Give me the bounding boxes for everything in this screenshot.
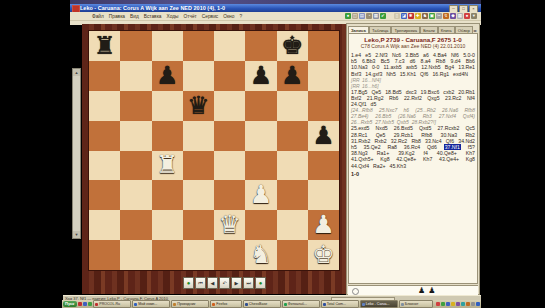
square-a8[interactable]: ♜ xyxy=(89,31,120,61)
window-titlebar: Leko - Caruana: Corus A Wijk aan Zee NED… xyxy=(70,4,481,12)
save-icon[interactable]: ▣ xyxy=(429,13,435,19)
square-g1[interactable] xyxy=(277,240,308,270)
record-icon[interactable]: ● xyxy=(345,13,351,19)
menu-item-ходы[interactable]: Ходы xyxy=(167,14,179,19)
engine-lamp-icon xyxy=(352,288,359,295)
task-icon xyxy=(323,303,326,306)
forward-button[interactable]: ▶ xyxy=(231,277,242,289)
square-e3[interactable] xyxy=(214,180,245,210)
more-icon[interactable]: ▾ xyxy=(471,13,477,19)
star-icon[interactable]: ✱ xyxy=(408,13,414,19)
square-b6[interactable] xyxy=(120,91,151,121)
square-f7[interactable]: ♟ xyxy=(245,61,276,91)
square-g3[interactable] xyxy=(277,180,308,210)
square-b7[interactable] xyxy=(120,61,151,91)
square-g7[interactable]: ♟ xyxy=(277,61,308,91)
square-b4[interactable] xyxy=(120,151,151,181)
square-h2[interactable]: ♟ xyxy=(308,210,339,240)
knight-icon[interactable]: ♞ xyxy=(422,13,428,19)
notation-pane: ЗаписьТаблицаТренировкаБланкКнигаОбзор◂▸… xyxy=(346,23,480,295)
menu-item-вставка[interactable]: Вставка xyxy=(144,14,162,19)
menu-item-правка[interactable]: Правка xyxy=(109,14,125,19)
square-a6[interactable] xyxy=(89,91,120,121)
toolbar: ●◫▤◔▦✔▯◪✱✚♞▣✂↯◆▦●▾ xyxy=(345,12,477,20)
autoplay-button[interactable]: ● xyxy=(255,277,266,289)
game-header-players: Leko,P 2739 - Caruana,F 2675 1-0 xyxy=(351,36,475,43)
square-b2[interactable] xyxy=(120,210,151,240)
takeback-all-button[interactable]: ● xyxy=(183,277,194,289)
tray-icon-2[interactable] xyxy=(441,302,445,306)
square-f6[interactable] xyxy=(245,91,276,121)
tray-icon-7[interactable] xyxy=(466,302,470,306)
tab-обзор[interactable]: Обзор xyxy=(455,26,473,33)
taskbar-button-total-com-[interactable]: Total Com... xyxy=(321,300,359,308)
square-b1[interactable] xyxy=(120,240,151,270)
moves-paragraph[interactable]: 1.e4 e5 2.Nf3 Nc6 3.Bb5 a6 4.Ba4 Nf6 5.0… xyxy=(351,52,475,77)
game-header-event: C78 Corus A Wijk aan Zee NED (4) 22.01.2… xyxy=(351,43,475,49)
tray-icon-3[interactable] xyxy=(446,302,450,306)
square-g2[interactable] xyxy=(277,210,308,240)
quicklaunch-icon-1[interactable] xyxy=(78,302,82,306)
tray-icon-5[interactable] xyxy=(456,302,460,306)
square-d3[interactable] xyxy=(183,180,214,210)
tab-бланк[interactable]: Бланк xyxy=(420,26,438,33)
variation-line[interactable]: [24...Rfb8 25.Nxc7 h6 (25...Rb2 26.Na6 R… xyxy=(351,107,475,125)
task-icon xyxy=(284,303,287,306)
scroll-up-icon[interactable]: ▲ xyxy=(73,69,80,76)
piece-white-queen[interactable]: ♛ xyxy=(218,212,240,237)
tab-bar: ЗаписьТаблицаТренировкаБланкКнигаОбзор◂▸ xyxy=(347,24,479,33)
taskbar-button-фотоальб-[interactable]: Фотоальб... xyxy=(282,300,320,308)
board-pane: ♜♚♟♟♟♛♟♜♟♛♟♞♚ ●⏮◀↶▶⏭● xyxy=(82,24,346,294)
moves-paragraph[interactable]: 17.Bg5 Qe5 18.Bd5 dxc3 19.Bxc6 cxb2 20.R… xyxy=(351,89,475,108)
tab-таблица[interactable]: Таблица xyxy=(369,26,391,33)
taskbar-button-блокнот[interactable]: Блокнот xyxy=(399,300,433,308)
piece-black-pawn[interactable]: ♟ xyxy=(156,62,178,87)
task-icon xyxy=(212,303,215,306)
square-e5[interactable] xyxy=(214,121,245,151)
square-g6[interactable] xyxy=(277,91,308,121)
task-label: Мой комп... xyxy=(138,302,157,307)
window-buttons: ─ □ × xyxy=(449,5,478,12)
window-title: Leko - Caruana: Corus A Wijk aan Zee NED… xyxy=(70,5,225,11)
vcr-controls: ●⏮◀↶▶⏭● xyxy=(183,277,266,289)
square-f8[interactable] xyxy=(245,31,276,61)
square-b3[interactable] xyxy=(120,180,151,210)
square-e1[interactable] xyxy=(214,240,245,270)
square-d4[interactable] xyxy=(183,151,214,181)
gem-icon[interactable]: ◆ xyxy=(450,13,456,19)
square-c1[interactable] xyxy=(152,240,183,270)
plus-icon[interactable]: ✚ xyxy=(415,13,421,19)
background-scrollbar[interactable]: ▲ ▼ xyxy=(72,68,81,239)
check-icon[interactable]: ✔ xyxy=(380,13,386,19)
square-h5[interactable]: ♟ xyxy=(308,121,339,151)
square-h1[interactable]: ♚ xyxy=(308,240,339,270)
task-label: PROCOL.Ru xyxy=(99,302,120,307)
piece-white-king[interactable]: ♚ xyxy=(312,242,334,267)
camera-icon[interactable]: ◫ xyxy=(352,13,358,19)
square-h8[interactable] xyxy=(308,31,339,61)
task-buttons: PROCOL.RuМой комп...ПроводникFirefoxChes… xyxy=(93,300,433,308)
chess-board[interactable]: ♜♚♟♟♟♛♟♜♟♛♟♞♚ xyxy=(88,30,340,271)
moves-paragraph[interactable]: 25.exd5 Nxd5 26.Bxd5 Qxd5 27.Rcxb2 Qc5 2… xyxy=(351,125,475,168)
close-button[interactable]: × xyxy=(469,5,478,12)
menu-item-?[interactable]: ? xyxy=(239,14,242,19)
task-label: Firefox xyxy=(216,302,227,307)
new-doc-icon[interactable]: ▯ xyxy=(394,13,400,19)
square-h7[interactable] xyxy=(308,61,339,91)
square-e6[interactable] xyxy=(214,91,245,121)
square-e8[interactable] xyxy=(214,31,245,61)
square-g8[interactable]: ♚ xyxy=(277,31,308,61)
task-label: Фотоальб... xyxy=(288,302,307,307)
square-c8[interactable] xyxy=(152,31,183,61)
tab-тренировка[interactable]: Тренировка xyxy=(391,26,420,33)
menu-bar: ФайлПравкаВидВставкаХодыОтчётСервисОкно?… xyxy=(70,12,481,21)
current-move-highlight[interactable]: 37.Nf1 xyxy=(444,144,461,150)
jump-end-button[interactable]: ⏭ xyxy=(243,277,254,289)
task-icon xyxy=(401,303,404,306)
square-d7[interactable] xyxy=(183,61,214,91)
taskbar-button-мой-комп-[interactable]: Мой комп... xyxy=(132,300,170,308)
tray-icon-9[interactable] xyxy=(476,302,480,306)
back-button[interactable]: ◀ xyxy=(207,277,218,289)
maximize-button[interactable]: □ xyxy=(459,5,468,12)
piece-black-rook[interactable]: ♜ xyxy=(93,32,115,57)
menu-item-файл[interactable]: Файл xyxy=(92,14,104,19)
piece-white-knight[interactable]: ♞ xyxy=(250,242,272,267)
square-g5[interactable] xyxy=(277,121,308,151)
stop-icon[interactable]: ● xyxy=(464,13,470,19)
square-f2[interactable] xyxy=(245,210,276,240)
tray-icon-4[interactable] xyxy=(451,302,455,306)
square-d1[interactable] xyxy=(183,240,214,270)
piece-black-pawn[interactable]: ♟ xyxy=(281,62,303,87)
open-icon[interactable]: ◪ xyxy=(401,13,407,19)
task-label: ChessBase xyxy=(249,302,267,307)
clock-icon[interactable]: ◔ xyxy=(366,13,372,19)
grid-icon[interactable]: ▦ xyxy=(373,13,379,19)
table-icon[interactable]: ▦ xyxy=(457,13,463,19)
tab-книга[interactable]: Книга xyxy=(438,26,455,33)
notation-panel[interactable]: Leko,P 2739 - Caruana,F 2675 1-0 C78 Cor… xyxy=(348,33,478,284)
square-c7[interactable]: ♟ xyxy=(152,61,183,91)
scroll-down-icon[interactable]: ▼ xyxy=(73,231,80,238)
square-d8[interactable] xyxy=(183,31,214,61)
start-button[interactable]: Пуск xyxy=(63,301,77,307)
quicklaunch-icon-2[interactable] xyxy=(83,302,87,306)
task-icon xyxy=(134,303,137,306)
square-h3[interactable] xyxy=(308,180,339,210)
board-icon[interactable]: ▤ xyxy=(359,13,365,19)
square-e7[interactable] xyxy=(214,61,245,91)
square-g4[interactable] xyxy=(277,151,308,181)
piece-white-pawn[interactable]: ♟ xyxy=(250,182,272,207)
task-label: Проводник xyxy=(177,302,195,307)
square-b5[interactable] xyxy=(120,121,151,151)
move-list[interactable]: 1.e4 e5 2.Nf3 Nc6 3.Bb5 a6 4.Ba4 Nf6 5.0… xyxy=(351,52,475,177)
square-d5[interactable] xyxy=(183,121,214,151)
piece-white-pawn[interactable]: ♟ xyxy=(312,212,334,237)
app-icon xyxy=(72,5,80,12)
task-icon xyxy=(362,303,365,306)
flash-icon[interactable]: ↯ xyxy=(443,13,449,19)
taskbar-button-firefox[interactable]: Firefox xyxy=(210,300,242,308)
piece-white-rook[interactable]: ♜ xyxy=(156,152,178,177)
tray-icon-8[interactable] xyxy=(471,302,475,306)
task-icon xyxy=(173,303,176,306)
taskbar-button-procol-ru[interactable]: PROCOL.Ru xyxy=(93,300,131,308)
task-icon xyxy=(95,303,98,306)
square-c4[interactable]: ♜ xyxy=(152,151,183,181)
game-result: 1-0 xyxy=(351,171,475,177)
square-f5[interactable] xyxy=(245,121,276,151)
menu-item-окно[interactable]: Окно xyxy=(223,14,234,19)
menu-item-вид[interactable]: Вид xyxy=(130,14,139,19)
square-e2[interactable]: ♛ xyxy=(214,210,245,240)
system-tray xyxy=(436,302,480,306)
tab-запись[interactable]: Запись xyxy=(348,26,369,33)
taskbar: Пуск PROCOL.RuМой комп...ПроводникFirefo… xyxy=(62,300,481,308)
square-a4[interactable] xyxy=(89,151,120,181)
square-a3[interactable] xyxy=(89,180,120,210)
scissors-icon[interactable]: ✂ xyxy=(436,13,442,19)
square-c5[interactable] xyxy=(152,121,183,151)
menu-item-сервис[interactable]: Сервис xyxy=(202,14,218,19)
square-a2[interactable] xyxy=(89,210,120,240)
square-f3[interactable]: ♟ xyxy=(245,180,276,210)
menu-item-отчёт[interactable]: Отчёт xyxy=(184,14,197,19)
square-a1[interactable] xyxy=(89,240,120,270)
square-f1[interactable]: ♞ xyxy=(245,240,276,270)
square-d2[interactable] xyxy=(183,210,214,240)
square-f4[interactable] xyxy=(245,151,276,181)
piece-black-king[interactable]: ♚ xyxy=(281,32,303,57)
square-b8[interactable] xyxy=(120,31,151,61)
square-e4[interactable] xyxy=(214,151,245,181)
taskbar-button-leko-carua-[interactable]: Leko - Carua... xyxy=(360,300,398,308)
piece-black-queen[interactable]: ♛ xyxy=(187,92,209,117)
task-icon xyxy=(245,303,248,306)
square-c3[interactable] xyxy=(152,180,183,210)
square-c6[interactable] xyxy=(152,91,183,121)
tray-icon-1[interactable] xyxy=(436,302,440,306)
square-h6[interactable] xyxy=(308,91,339,121)
undo-button[interactable]: ↶ xyxy=(219,277,230,289)
task-label: Total Com... xyxy=(327,302,346,307)
task-label: Блокнот xyxy=(405,302,419,307)
minimize-button[interactable]: ─ xyxy=(449,5,458,12)
quicklaunch-icon-3[interactable] xyxy=(88,302,92,306)
task-label: Leko - Carua... xyxy=(366,302,390,307)
square-a5[interactable] xyxy=(89,121,120,151)
square-h4[interactable] xyxy=(308,151,339,181)
piece-black-pawn[interactable]: ♟ xyxy=(250,62,272,87)
quick-launch xyxy=(78,302,92,306)
square-a7[interactable] xyxy=(89,61,120,91)
taskbar-button-chessbase[interactable]: ChessBase xyxy=(243,300,281,308)
taskbar-button-проводник[interactable]: Проводник xyxy=(171,300,209,308)
square-c2[interactable] xyxy=(152,210,183,240)
jump-start-button[interactable]: ⏮ xyxy=(195,277,206,289)
tray-icon-6[interactable] xyxy=(461,302,465,306)
piece-black-pawn[interactable]: ♟ xyxy=(312,122,334,147)
menu-items: ФайлПравкаВидВставкаХодыОтчётСервисОкно? xyxy=(70,14,242,19)
square-d6[interactable]: ♛ xyxy=(183,91,214,121)
